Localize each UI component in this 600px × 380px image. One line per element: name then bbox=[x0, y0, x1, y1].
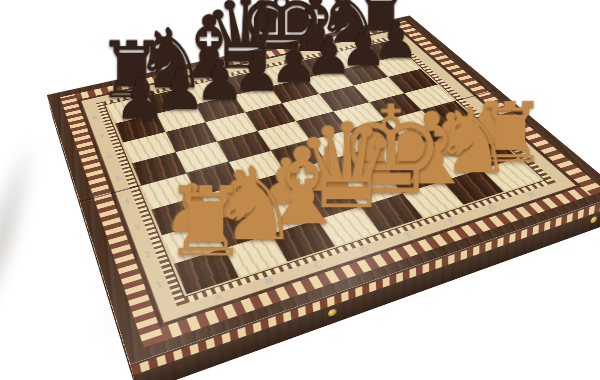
chess-board: ABCDEFGH 87654321 ♜♞♝♛♚♝♞♜♟♟♟♟♟♟♟♟♟♟♟♟♟♟… bbox=[47, 15, 600, 364]
board-shadow-left bbox=[0, 131, 49, 350]
brass-pin bbox=[327, 308, 336, 318]
product-photo-scene: ABCDEFGH 87654321 ♜♞♝♛♚♝♞♜♟♟♟♟♟♟♟♟♟♟♟♟♟♟… bbox=[0, 0, 600, 380]
brass-pin bbox=[590, 216, 597, 224]
piece-glyph: ♜ bbox=[163, 174, 249, 270]
